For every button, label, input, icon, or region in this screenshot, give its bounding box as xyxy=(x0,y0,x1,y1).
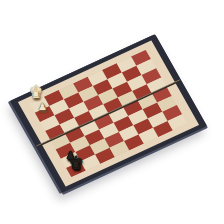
product-photo-stage: ♜♞♝♛♚♝♞♜♟♟♟♟♟♟♟♟♟♟♟♟♟♟♟♟♜♞♝♛♚♝♞♜ xyxy=(0,0,224,224)
chess-board xyxy=(10,34,207,193)
